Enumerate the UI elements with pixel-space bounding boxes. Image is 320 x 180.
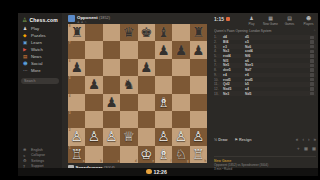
- screenshot-stage: ♙ Chess.com ♟Play◆Puzzles▣Learn▶Watch▤Ne…: [0, 0, 320, 180]
- rank-coordinate-label: 4: [69, 95, 70, 98]
- chess-piece-bp[interactable]: ♟: [192, 42, 204, 59]
- file-coordinate-label: h: [204, 160, 206, 163]
- chess-piece-wb[interactable]: ♗: [158, 94, 170, 111]
- board-square[interactable]: [138, 94, 155, 111]
- chesscom-logo[interactable]: ♙ Chess.com: [18, 13, 62, 25]
- draw-button[interactable]: ½ Draw: [214, 138, 228, 142]
- social-icon: ☻: [23, 61, 28, 66]
- add-line-icon[interactable]: +: [297, 146, 301, 151]
- move-number: 6.: [214, 59, 223, 63]
- move-number: 2.: [214, 40, 223, 44]
- sidebar-item-label: News: [31, 54, 41, 59]
- settings-icon: ⚙: [23, 158, 28, 163]
- chess-piece-bb[interactable]: ♝: [158, 24, 170, 41]
- board-square[interactable]: e♔: [138, 146, 155, 163]
- logo-pawn-icon: ♙: [22, 16, 27, 23]
- black-move[interactable]: Nc6: [245, 45, 267, 49]
- board-square[interactable]: 4: [68, 94, 85, 111]
- tab-games[interactable]: ▤Games: [280, 15, 299, 26]
- sidebar-item-label: More: [31, 68, 41, 73]
- board-square[interactable]: ♟: [190, 41, 207, 58]
- move-number: 9.: [214, 73, 223, 77]
- learn-icon: ▣: [23, 40, 28, 45]
- sidebar-footer-label: Settings: [31, 159, 44, 163]
- move-annotation-icon: [310, 73, 314, 77]
- board-square[interactable]: ♞: [120, 76, 137, 93]
- sidebar-menu: ♟Play◆Puzzles▣Learn▶Watch▤News☻Social⋯Mo…: [18, 25, 62, 74]
- move-annotation-icon: [310, 64, 314, 68]
- black-move[interactable]: Nd7: [245, 68, 267, 72]
- move-annotation-icon: [310, 50, 314, 54]
- top-clock-time: 1:15: [214, 16, 224, 22]
- board-square[interactable]: [138, 41, 155, 58]
- board-square[interactable]: ♟: [138, 59, 155, 76]
- chess-piece-bp[interactable]: ♟: [175, 42, 187, 59]
- search-placeholder: Search: [24, 79, 35, 83]
- board-square[interactable]: 5: [68, 76, 85, 93]
- move-number: 11.: [214, 82, 223, 86]
- chess-piece-wp[interactable]: ♙: [158, 128, 170, 145]
- chat-line-timecontrol: 3 min • Rated: [214, 167, 316, 171]
- move-annotation-icon: [310, 54, 314, 58]
- chess-piece-bp[interactable]: ♟: [88, 76, 100, 93]
- move-number: 1.: [214, 35, 223, 39]
- board-square[interactable]: ♙: [103, 128, 120, 145]
- board-square[interactable]: [120, 59, 137, 76]
- board-square[interactable]: [103, 41, 120, 58]
- board-square[interactable]: [85, 59, 102, 76]
- opening-name-row[interactable]: Queen's Pawn Opening: London System ⌃: [214, 29, 316, 33]
- board-square[interactable]: b: [85, 146, 102, 163]
- sidebar-item-more[interactable]: ⋯More: [18, 67, 62, 74]
- rank-coordinate-label: 2: [69, 129, 70, 132]
- low-time-indicator-icon: [226, 17, 230, 21]
- bottom-clock-time: 12:26: [154, 169, 167, 175]
- move-number: 3.: [214, 45, 223, 49]
- move-annotation-icon: [310, 82, 314, 86]
- chess-piece-wp[interactable]: ♙: [88, 128, 100, 145]
- board-square[interactable]: [120, 94, 137, 111]
- board-square[interactable]: [190, 111, 207, 128]
- playback-controls: «‹›»: [296, 137, 316, 142]
- move-number: 10.: [214, 78, 223, 82]
- analysis-board-icon[interactable]: ▦: [312, 146, 316, 151]
- file-coordinate-label: d: [135, 160, 137, 163]
- move-number: 12.: [214, 87, 223, 91]
- clock-icon: [146, 169, 152, 175]
- collapse-icon: «: [23, 153, 28, 158]
- chess-piece-bq[interactable]: ♛: [123, 24, 135, 41]
- black-move[interactable]: d5: [245, 35, 267, 39]
- black-move[interactable]: exd5: [245, 78, 267, 82]
- file-coordinate-label: b: [100, 160, 102, 163]
- resign-button[interactable]: ⚑ Resign: [235, 137, 252, 142]
- black-move[interactable]: Nd5: [245, 92, 267, 96]
- games-icon: ▤: [287, 15, 292, 21]
- board-square[interactable]: 1a♖: [68, 146, 85, 163]
- board-square[interactable]: [85, 111, 102, 128]
- watch-icon: ▶: [23, 47, 28, 52]
- panel-tabs: ♟Play▦New Game▤Games☻Players: [242, 15, 318, 26]
- tab-label: Play: [249, 22, 255, 26]
- board-square[interactable]: [103, 76, 120, 93]
- chess-piece-wp[interactable]: ♙: [192, 128, 204, 145]
- board-square[interactable]: h♖: [190, 146, 207, 163]
- sidebar-footer-label: English: [31, 148, 43, 152]
- board-square[interactable]: c: [103, 146, 120, 163]
- sidebar-item-label: Social: [31, 61, 42, 66]
- move-number: 4.: [214, 49, 223, 53]
- board-square[interactable]: ♜: [190, 24, 207, 41]
- chess-piece-br[interactable]: ♜: [71, 24, 83, 41]
- black-move[interactable]: c4: [245, 87, 267, 91]
- tab-label: Players: [303, 22, 313, 26]
- move-number: 7.: [214, 63, 223, 67]
- board-square[interactable]: [103, 59, 120, 76]
- chess-piece-wq[interactable]: ♕: [123, 128, 135, 145]
- white-move[interactable]: e4: [223, 73, 245, 77]
- board-square[interactable]: [120, 41, 137, 58]
- top-player-rating: (1852): [99, 16, 110, 20]
- chess-piece-wp[interactable]: ♙: [105, 128, 117, 145]
- black-move[interactable]: c5: [245, 40, 267, 44]
- board-square[interactable]: ♚: [138, 24, 155, 41]
- board-square[interactable]: 7: [68, 41, 85, 58]
- move-list: 1.d4d52.Bf4c53.e3Nc64.Nc3cxd45.exd4Nf66.…: [214, 35, 316, 96]
- board-square[interactable]: ♟: [172, 41, 189, 58]
- board-square[interactable]: ♙: [172, 128, 189, 145]
- board-square[interactable]: ♗: [155, 94, 172, 111]
- rank-coordinate-label: 3: [69, 112, 70, 115]
- move-annotation-icon: [310, 87, 314, 91]
- white-move[interactable]: Bf4: [223, 40, 245, 44]
- flip-board-icon[interactable]: ▦: [304, 146, 308, 151]
- rank-coordinate-label: 5: [69, 77, 70, 80]
- white-move[interactable]: d4: [223, 35, 245, 39]
- board-square[interactable]: 6♟: [68, 59, 85, 76]
- rank-coordinate-label: 1: [69, 147, 70, 150]
- chess-piece-wr[interactable]: ♖: [192, 146, 204, 163]
- rank-coordinate-label: 7: [69, 42, 70, 45]
- chess-piece-bp[interactable]: ♟: [158, 42, 170, 59]
- board-square[interactable]: [172, 111, 189, 128]
- move-annotation-icon: [310, 45, 314, 49]
- board-square[interactable]: 2♙: [68, 128, 85, 145]
- top-player-avatar[interactable]: [68, 15, 75, 22]
- chess-piece-wb[interactable]: ♗: [158, 146, 170, 163]
- tab-label: Games: [285, 22, 295, 26]
- search-input[interactable]: Search: [21, 78, 59, 84]
- jump-to-end-button[interactable]: »: [313, 137, 316, 142]
- board-square[interactable]: 3: [68, 111, 85, 128]
- chess-piece-bk[interactable]: ♚: [140, 24, 152, 41]
- puzzles-icon: ◆: [23, 33, 28, 38]
- english-icon: ⊕: [23, 147, 28, 152]
- play-icon: ♟: [23, 26, 28, 31]
- board-square[interactable]: ♙: [155, 128, 172, 145]
- chess-piece-bp[interactable]: ♟: [105, 94, 117, 111]
- news-icon: ▤: [23, 54, 28, 59]
- top-player-clock: 1:15: [214, 16, 230, 22]
- sidebar-item-label: Puzzles: [31, 33, 46, 38]
- move-number: 13.: [214, 92, 223, 96]
- sidebar-item-social[interactable]: ☻Social: [18, 60, 62, 67]
- white-move[interactable]: exd4: [223, 54, 245, 58]
- rank-coordinate-label: 6: [69, 60, 70, 63]
- players-icon: ☻: [306, 15, 311, 21]
- sidebar: ♙ Chess.com ♟Play◆Puzzles▣Learn▶Watch▤Ne…: [18, 13, 62, 176]
- board-square[interactable]: ♛: [120, 24, 137, 41]
- board-square[interactable]: [85, 24, 102, 41]
- board-square[interactable]: ♝: [155, 24, 172, 41]
- tab-label: New Game: [263, 22, 278, 26]
- board-square[interactable]: ♙: [85, 128, 102, 145]
- sidebar-item-puzzles[interactable]: ◆Puzzles: [18, 32, 62, 39]
- board-column: Opponent (1852) ♙ ♙ ♘ 8♜♛♚♝♜7♟♟♟6♟♟5♟♞4♟…: [68, 13, 208, 176]
- chess-board: 8♜♛♚♝♜7♟♟♟6♟♟5♟♞4♟♗32♙♙♙♕♙♙♙1a♖bcde♔f♗g♘…: [68, 24, 207, 163]
- board-square[interactable]: g♘: [172, 146, 189, 163]
- chat-box[interactable]: New Game Opponent (1852) vs Speedrunner …: [214, 156, 316, 171]
- board-square[interactable]: [172, 59, 189, 76]
- move-annotation-icon: [310, 40, 314, 44]
- board-square[interactable]: [155, 76, 172, 93]
- more-icon: ⋯: [23, 68, 28, 73]
- white-move[interactable]: dxe5: [223, 68, 245, 72]
- board-square[interactable]: [190, 59, 207, 76]
- board-square[interactable]: [172, 76, 189, 93]
- white-move[interactable]: Ne3: [223, 92, 245, 96]
- board-square[interactable]: f♗: [155, 146, 172, 163]
- board-square[interactable]: 8♜: [68, 24, 85, 41]
- chess-piece-wr[interactable]: ♖: [71, 146, 83, 163]
- black-move[interactable]: b5: [245, 82, 267, 86]
- jump-to-start-button[interactable]: «: [296, 137, 299, 142]
- chevron-up-icon[interactable]: ⌃: [313, 29, 316, 33]
- board-square[interactable]: [138, 111, 155, 128]
- bottom-player-clock: 12:26: [146, 169, 167, 175]
- play-icon: ♟: [249, 15, 253, 21]
- white-move[interactable]: Ne5: [223, 63, 245, 67]
- board-square[interactable]: [155, 111, 172, 128]
- board-square[interactable]: d: [120, 146, 137, 163]
- board-square[interactable]: ♕: [120, 128, 137, 145]
- chess-piece-wp[interactable]: ♙: [175, 128, 187, 145]
- black-move[interactable]: cxd4: [245, 49, 267, 53]
- black-move[interactable]: e6: [245, 73, 267, 77]
- tab-play[interactable]: ♟Play: [242, 15, 261, 26]
- board-square[interactable]: [172, 94, 189, 111]
- tab-new-game[interactable]: ▦New Game: [261, 15, 280, 26]
- sidebar-item-label: Play: [31, 26, 39, 31]
- board-square[interactable]: [190, 76, 207, 93]
- board-square[interactable]: [103, 111, 120, 128]
- sidebar-item-learn[interactable]: ▣Learn: [18, 39, 62, 46]
- board-square[interactable]: [138, 76, 155, 93]
- chess-piece-bp[interactable]: ♟: [140, 59, 152, 76]
- board-square[interactable]: [85, 41, 102, 58]
- move-annotation-icon: [310, 92, 314, 96]
- game-controls-row: ½ Draw ⚑ Resign «‹›»: [214, 137, 316, 142]
- move-row: 13.Ne3Nd5: [214, 91, 316, 96]
- tab-players[interactable]: ☻Players: [299, 15, 318, 26]
- chess-piece-wp[interactable]: ♙: [71, 128, 83, 145]
- sidebar-footer-label: Collapse: [31, 153, 45, 157]
- board-square[interactable]: [172, 24, 189, 41]
- move-number: 8.: [214, 68, 223, 72]
- white-move[interactable]: Qd2: [223, 82, 245, 86]
- board-square[interactable]: [120, 111, 137, 128]
- chess-piece-br[interactable]: ♜: [192, 24, 204, 41]
- sidebar-item-news[interactable]: ▤News: [18, 53, 62, 60]
- board-square[interactable]: ♙: [190, 128, 207, 145]
- rank-coordinate-label: 8: [69, 25, 70, 28]
- logo-text: Chess.com: [29, 17, 57, 23]
- black-move[interactable]: Nxe5: [245, 63, 267, 67]
- board-square[interactable]: [85, 94, 102, 111]
- sidebar-item-label: Learn: [31, 40, 42, 45]
- file-coordinate-label: e: [152, 160, 153, 163]
- file-coordinate-label: g: [187, 160, 189, 163]
- board-square[interactable]: [103, 24, 120, 41]
- move-annotation-icon: [310, 68, 314, 72]
- chess-piece-bn[interactable]: ♞: [123, 76, 135, 93]
- sidebar-item-label: Watch: [31, 47, 43, 52]
- white-move[interactable]: e3: [223, 45, 245, 49]
- file-coordinate-label: a: [83, 160, 84, 163]
- sidebar-item-watch[interactable]: ▶Watch: [18, 46, 62, 53]
- move-annotation-icon: [310, 78, 314, 82]
- board-square[interactable]: [190, 94, 207, 111]
- move-annotation-icon: [310, 36, 314, 40]
- black-move[interactable]: a6: [245, 59, 267, 63]
- file-coordinate-label: c: [118, 160, 119, 163]
- file-coordinate-label: f: [170, 160, 171, 163]
- opening-name: Queen's Pawn Opening: London System: [214, 29, 272, 33]
- white-move[interactable]: Nxd5: [223, 87, 245, 91]
- move-number: 5.: [214, 54, 223, 58]
- chess-piece-wk[interactable]: ♔: [140, 146, 152, 163]
- sidebar-item-play[interactable]: ♟Play: [18, 25, 62, 32]
- move-annotation-icon: [310, 59, 314, 63]
- chess-piece-wn[interactable]: ♘: [175, 146, 187, 163]
- top-player-bar: Opponent (1852) ♙ ♙ ♘: [68, 15, 208, 24]
- white-move[interactable]: Nf3: [223, 59, 245, 63]
- board-square[interactable]: [155, 59, 172, 76]
- new-game-icon: ▦: [268, 15, 273, 21]
- white-move[interactable]: Nc3: [223, 49, 245, 53]
- board-square[interactable]: ♟: [85, 76, 102, 93]
- white-move[interactable]: exd5: [223, 78, 245, 82]
- chess-piece-bp[interactable]: ♟: [71, 59, 83, 76]
- analysis-tools-row: +▦▦: [214, 146, 316, 151]
- next-move-button[interactable]: ›: [308, 137, 310, 142]
- previous-move-button[interactable]: ‹: [302, 137, 304, 142]
- board-square[interactable]: [138, 128, 155, 145]
- chess-app-window: ♙ Chess.com ♟Play◆Puzzles▣Learn▶Watch▤Ne…: [18, 13, 318, 176]
- sidebar-footer: ⊕English«Collapse⚙Settings?Support: [18, 147, 62, 169]
- board-square[interactable]: ♟: [103, 94, 120, 111]
- black-move[interactable]: Nf6: [245, 54, 267, 58]
- board-square[interactable]: ♟: [155, 41, 172, 58]
